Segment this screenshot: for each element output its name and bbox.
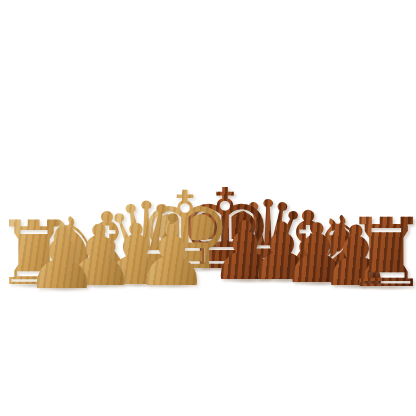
- dark-rook: ♜: [339, 206, 416, 301]
- light-pawn-1: ♟: [20, 217, 104, 301]
- chess-pieces-photo: ♜♟♞♟♝♟♛♟♚♚♟♛♟♝♟♞♟♜: [0, 0, 416, 416]
- piece-layer: ♜♟♞♟♝♟♛♟♚♚♟♛♟♝♟♞♟♜: [0, 0, 416, 416]
- light-pawn-4: ♟: [130, 214, 214, 298]
